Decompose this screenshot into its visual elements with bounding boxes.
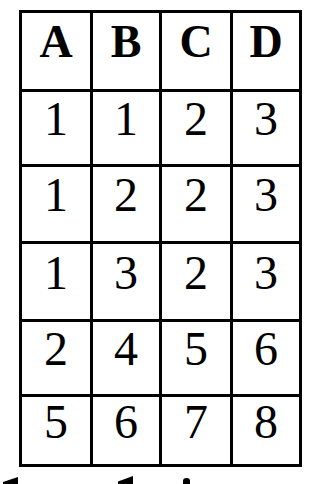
cell-value: 4 [114, 325, 138, 373]
cell-value: 2 [184, 95, 208, 143]
cell-value: 6 [114, 398, 138, 446]
cropped-text-fragment [118, 476, 133, 484]
cell-r4-c: 5 [162, 322, 230, 394]
cell-r4-b: 4 [93, 322, 159, 394]
cell-value: 5 [184, 325, 208, 373]
cropped-text-fragment [3, 477, 18, 484]
cell-r5-a: 5 [22, 397, 90, 464]
cell-value: 2 [184, 249, 208, 297]
data-table: A B C D 1 1 2 3 1 2 2 3 1 3 2 3 2 4 5 6 … [19, 10, 302, 467]
cell-value: 3 [254, 171, 278, 219]
cell-r5-b: 6 [93, 397, 159, 464]
cell-r2-d: 3 [233, 167, 299, 241]
cell-value: 3 [254, 249, 278, 297]
cell-r2-a: 1 [22, 167, 90, 241]
header-label: B [111, 19, 142, 65]
header-label: C [179, 19, 212, 65]
cell-value: 2 [114, 171, 138, 219]
cell-r4-d: 6 [233, 322, 299, 394]
cell-value: 6 [254, 325, 278, 373]
cell-value: 1 [114, 95, 138, 143]
cell-value: 1 [44, 95, 68, 143]
cell-value: 1 [44, 171, 68, 219]
cell-r1-c: 2 [162, 92, 230, 164]
header-cell-a: A [22, 13, 90, 89]
header-cell-d: D [233, 13, 299, 89]
cell-value: 3 [114, 249, 138, 297]
cell-r2-c: 2 [162, 167, 230, 241]
cell-value: 3 [254, 95, 278, 143]
cell-r4-a: 2 [22, 322, 90, 394]
cell-value: 5 [44, 398, 68, 446]
cell-r5-c: 7 [162, 397, 230, 464]
cropped-text-fragment [183, 478, 190, 484]
cell-value: 1 [44, 249, 68, 297]
header-cell-b: B [93, 13, 159, 89]
cell-r1-d: 3 [233, 92, 299, 164]
header-cell-c: C [162, 13, 230, 89]
cell-r3-c: 2 [162, 244, 230, 319]
cell-value: 2 [184, 171, 208, 219]
cell-r1-a: 1 [22, 92, 90, 164]
cell-r3-d: 3 [233, 244, 299, 319]
cell-value: 2 [44, 325, 68, 373]
cell-r1-b: 1 [93, 92, 159, 164]
cell-r3-a: 1 [22, 244, 90, 319]
cell-value: 8 [254, 398, 278, 446]
cell-value: 7 [184, 398, 208, 446]
header-label: A [39, 19, 72, 65]
cell-r3-b: 3 [93, 244, 159, 319]
cell-r5-d: 8 [233, 397, 299, 464]
cell-r2-b: 2 [93, 167, 159, 241]
header-label: D [249, 19, 282, 65]
